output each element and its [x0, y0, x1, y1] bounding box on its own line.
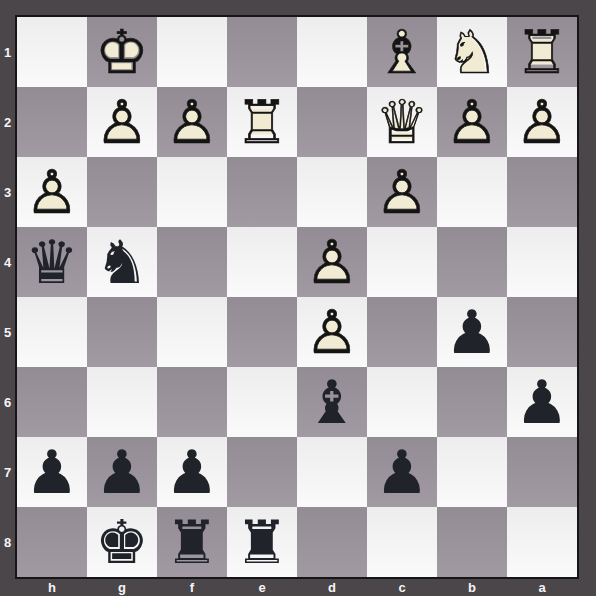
- white-pawn-icon[interactable]: ♟♙: [17, 157, 87, 227]
- square-e1[interactable]: [227, 17, 297, 87]
- square-b7[interactable]: [437, 437, 507, 507]
- rank-label-6: 6: [0, 367, 15, 437]
- square-d6[interactable]: ♝: [297, 367, 367, 437]
- file-labels: hgfedcba: [17, 579, 577, 596]
- white-piece-outline: ♗: [367, 17, 437, 87]
- square-a4[interactable]: [507, 227, 577, 297]
- white-piece-outline: ♙: [157, 87, 227, 157]
- rank-label-1: 1: [0, 17, 15, 87]
- black-bishop-icon[interactable]: ♝: [297, 367, 367, 437]
- white-pawn-icon[interactable]: ♟♙: [367, 157, 437, 227]
- black-piece-fill: ♜: [157, 507, 227, 577]
- black-pawn-icon[interactable]: ♟: [17, 437, 87, 507]
- rank-label-2: 2: [0, 87, 15, 157]
- rank-label-3: 3: [0, 157, 15, 227]
- white-piece-outline: ♙: [507, 87, 577, 157]
- square-d4[interactable]: ♟♙: [297, 227, 367, 297]
- white-pawn-icon[interactable]: ♟♙: [157, 87, 227, 157]
- square-f2[interactable]: ♟♙: [157, 87, 227, 157]
- square-h7[interactable]: ♟: [17, 437, 87, 507]
- white-queen-icon[interactable]: ♛♕: [367, 87, 437, 157]
- rank-label-5: 5: [0, 297, 15, 367]
- square-e6[interactable]: [227, 367, 297, 437]
- black-piece-fill: ♝: [297, 367, 367, 437]
- square-a8[interactable]: [507, 507, 577, 577]
- square-b6[interactable]: [437, 367, 507, 437]
- square-h5[interactable]: [17, 297, 87, 367]
- white-pawn-icon[interactable]: ♟♙: [437, 87, 507, 157]
- square-g3[interactable]: [87, 157, 157, 227]
- black-piece-fill: ♟: [87, 437, 157, 507]
- square-g7[interactable]: ♟: [87, 437, 157, 507]
- square-f3[interactable]: [157, 157, 227, 227]
- file-label-b: b: [437, 579, 507, 596]
- white-pawn-icon[interactable]: ♟♙: [507, 87, 577, 157]
- file-label-f: f: [157, 579, 227, 596]
- square-d2[interactable]: [297, 87, 367, 157]
- white-pawn-icon[interactable]: ♟♙: [87, 87, 157, 157]
- rank-label-7: 7: [0, 437, 15, 507]
- black-piece-fill: ♟: [17, 437, 87, 507]
- square-h3[interactable]: ♟♙: [17, 157, 87, 227]
- black-pawn-icon[interactable]: ♟: [507, 367, 577, 437]
- black-piece-fill: ♟: [507, 367, 577, 437]
- square-c2[interactable]: ♛♕: [367, 87, 437, 157]
- square-b2[interactable]: ♟♙: [437, 87, 507, 157]
- square-a6[interactable]: ♟: [507, 367, 577, 437]
- black-pawn-icon[interactable]: ♟: [437, 297, 507, 367]
- square-g8[interactable]: ♚: [87, 507, 157, 577]
- white-piece-outline: ♙: [297, 297, 367, 367]
- black-piece-fill: ♛: [17, 227, 87, 297]
- square-g2[interactable]: ♟♙: [87, 87, 157, 157]
- square-c7[interactable]: ♟: [367, 437, 437, 507]
- square-f1[interactable]: [157, 17, 227, 87]
- black-pawn-icon[interactable]: ♟: [87, 437, 157, 507]
- square-h8[interactable]: [17, 507, 87, 577]
- square-e2[interactable]: ♜♖: [227, 87, 297, 157]
- square-f7[interactable]: ♟: [157, 437, 227, 507]
- black-rook-icon[interactable]: ♜: [227, 507, 297, 577]
- file-label-c: c: [367, 579, 437, 596]
- square-f8[interactable]: ♜: [157, 507, 227, 577]
- white-piece-outline: ♕: [367, 87, 437, 157]
- square-f6[interactable]: [157, 367, 227, 437]
- white-piece-outline: ♘: [437, 17, 507, 87]
- square-c6[interactable]: [367, 367, 437, 437]
- black-piece-fill: ♜: [227, 507, 297, 577]
- white-pawn-icon[interactable]: ♟♙: [297, 297, 367, 367]
- black-pawn-icon[interactable]: ♟: [367, 437, 437, 507]
- white-pawn-icon[interactable]: ♟♙: [297, 227, 367, 297]
- square-c8[interactable]: [367, 507, 437, 577]
- square-c5[interactable]: [367, 297, 437, 367]
- square-g6[interactable]: [87, 367, 157, 437]
- square-a5[interactable]: [507, 297, 577, 367]
- white-piece-outline: ♖: [507, 17, 577, 87]
- white-piece-outline: ♙: [17, 157, 87, 227]
- white-rook-icon[interactable]: ♜♖: [227, 87, 297, 157]
- square-b5[interactable]: ♟: [437, 297, 507, 367]
- file-label-e: e: [227, 579, 297, 596]
- square-d5[interactable]: ♟♙: [297, 297, 367, 367]
- square-b3[interactable]: [437, 157, 507, 227]
- square-d3[interactable]: [297, 157, 367, 227]
- white-bishop-icon[interactable]: ♝♗: [367, 17, 437, 87]
- chess-board: ♚♔♝♗♞♘♜♖♟♙♟♙♜♖♛♕♟♙♟♙♟♙♟♙♛♞♟♙♟♙♟♝♟♟♟♟♟♚♜♜: [15, 15, 579, 579]
- black-knight-icon[interactable]: ♞: [87, 227, 157, 297]
- rank-labels: 12345678: [0, 17, 15, 577]
- square-d7[interactable]: [297, 437, 367, 507]
- square-b1[interactable]: ♞♘: [437, 17, 507, 87]
- square-e5[interactable]: [227, 297, 297, 367]
- file-label-g: g: [87, 579, 157, 596]
- square-f5[interactable]: [157, 297, 227, 367]
- square-e4[interactable]: [227, 227, 297, 297]
- white-piece-outline: ♖: [227, 87, 297, 157]
- file-label-d: d: [297, 579, 367, 596]
- square-a2[interactable]: ♟♙: [507, 87, 577, 157]
- black-piece-fill: ♟: [367, 437, 437, 507]
- black-pawn-icon[interactable]: ♟: [157, 437, 227, 507]
- square-b8[interactable]: [437, 507, 507, 577]
- board-frame: 12345678 ♚♔♝♗♞♘♜♖♟♙♟♙♜♖♛♕♟♙♟♙♟♙♟♙♛♞♟♙♟♙♟…: [0, 0, 596, 596]
- square-e8[interactable]: ♜: [227, 507, 297, 577]
- white-knight-icon[interactable]: ♞♘: [437, 17, 507, 87]
- square-c3[interactable]: ♟♙: [367, 157, 437, 227]
- square-c4[interactable]: [367, 227, 437, 297]
- white-piece-outline: ♙: [367, 157, 437, 227]
- square-d8[interactable]: [297, 507, 367, 577]
- rank-label-8: 8: [0, 507, 15, 577]
- black-piece-fill: ♞: [87, 227, 157, 297]
- square-h6[interactable]: [17, 367, 87, 437]
- file-label-h: h: [17, 579, 87, 596]
- file-label-a: a: [507, 579, 577, 596]
- square-a7[interactable]: [507, 437, 577, 507]
- white-king-icon[interactable]: ♚♔: [87, 17, 157, 87]
- square-h1[interactable]: [17, 17, 87, 87]
- square-h4[interactable]: ♛: [17, 227, 87, 297]
- black-rook-icon[interactable]: ♜: [157, 507, 227, 577]
- square-a1[interactable]: ♜♖: [507, 17, 577, 87]
- white-rook-icon[interactable]: ♜♖: [507, 17, 577, 87]
- white-piece-outline: ♔: [87, 17, 157, 87]
- black-queen-icon[interactable]: ♛: [17, 227, 87, 297]
- rank-label-4: 4: [0, 227, 15, 297]
- black-king-icon[interactable]: ♚: [87, 507, 157, 577]
- black-piece-fill: ♟: [157, 437, 227, 507]
- white-piece-outline: ♙: [437, 87, 507, 157]
- square-a3[interactable]: [507, 157, 577, 227]
- square-b4[interactable]: [437, 227, 507, 297]
- square-g5[interactable]: [87, 297, 157, 367]
- square-e3[interactable]: [227, 157, 297, 227]
- black-piece-fill: ♚: [87, 507, 157, 577]
- square-f4[interactable]: [157, 227, 227, 297]
- square-c1[interactable]: ♝♗: [367, 17, 437, 87]
- square-g1[interactable]: ♚♔: [87, 17, 157, 87]
- square-g4[interactable]: ♞: [87, 227, 157, 297]
- square-d1[interactable]: [297, 17, 367, 87]
- white-piece-outline: ♙: [87, 87, 157, 157]
- square-h2[interactable]: [17, 87, 87, 157]
- black-piece-fill: ♟: [437, 297, 507, 367]
- square-e7[interactable]: [227, 437, 297, 507]
- white-piece-outline: ♙: [297, 227, 367, 297]
